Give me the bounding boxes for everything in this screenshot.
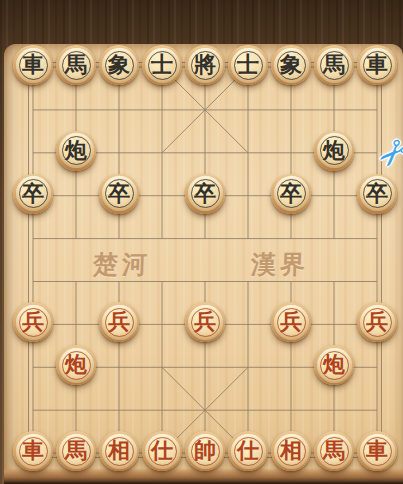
piece-black-馬-r0c7[interactable]: 馬 <box>314 45 354 85</box>
piece-black-將-r0c4[interactable]: 將 <box>185 45 225 85</box>
piece-label: 象 <box>99 45 139 85</box>
game-screen: 楚河 漢界 車馬象士將士象馬車炮炮卒卒卒卒卒兵兵兵兵兵炮炮車馬相仕帥仕相馬車 ✂ <box>0 0 403 484</box>
piece-red-帥-r9c4[interactable]: 帥 <box>185 431 225 471</box>
piece-label: 兵 <box>357 302 397 342</box>
piece-red-兵-r6c0[interactable]: 兵 <box>13 302 53 342</box>
piece-label: 車 <box>357 45 397 85</box>
piece-label: 炮 <box>314 131 354 171</box>
piece-red-仕-r9c5[interactable]: 仕 <box>228 431 268 471</box>
piece-black-士-r0c5[interactable]: 士 <box>228 45 268 85</box>
piece-label: 炮 <box>314 345 354 385</box>
piece-black-車-r0c8[interactable]: 車 <box>357 45 397 85</box>
piece-label: 卒 <box>13 174 53 214</box>
piece-red-兵-r6c2[interactable]: 兵 <box>99 302 139 342</box>
piece-label: 卒 <box>271 174 311 214</box>
piece-red-兵-r6c8[interactable]: 兵 <box>357 302 397 342</box>
piece-label: 相 <box>99 431 139 471</box>
piece-label: 車 <box>357 431 397 471</box>
pieces-layer: 車馬象士將士象馬車炮炮卒卒卒卒卒兵兵兵兵兵炮炮車馬相仕帥仕相馬車 <box>0 0 403 484</box>
piece-red-車-r9c0[interactable]: 車 <box>13 431 53 471</box>
piece-label: 相 <box>271 431 311 471</box>
piece-black-士-r0c3[interactable]: 士 <box>142 45 182 85</box>
scissors-cut-button[interactable]: ✂ <box>370 131 403 175</box>
piece-label: 馬 <box>56 45 96 85</box>
piece-label: 士 <box>142 45 182 85</box>
piece-red-兵-r6c6[interactable]: 兵 <box>271 302 311 342</box>
piece-label: 卒 <box>99 174 139 214</box>
piece-label: 炮 <box>56 131 96 171</box>
piece-label: 帥 <box>185 431 225 471</box>
piece-label: 馬 <box>314 45 354 85</box>
piece-label: 象 <box>271 45 311 85</box>
piece-label: 卒 <box>357 174 397 214</box>
piece-label: 馬 <box>56 431 96 471</box>
piece-red-馬-r9c7[interactable]: 馬 <box>314 431 354 471</box>
piece-label: 兵 <box>185 302 225 342</box>
piece-red-炮-r7c7[interactable]: 炮 <box>314 345 354 385</box>
piece-black-卒-r3c6[interactable]: 卒 <box>271 174 311 214</box>
piece-black-卒-r3c4[interactable]: 卒 <box>185 174 225 214</box>
piece-label: 將 <box>185 45 225 85</box>
piece-label: 炮 <box>56 345 96 385</box>
piece-black-炮-r2c1[interactable]: 炮 <box>56 131 96 171</box>
piece-label: 馬 <box>314 431 354 471</box>
piece-black-馬-r0c1[interactable]: 馬 <box>56 45 96 85</box>
piece-black-卒-r3c0[interactable]: 卒 <box>13 174 53 214</box>
piece-red-仕-r9c3[interactable]: 仕 <box>142 431 182 471</box>
piece-label: 兵 <box>271 302 311 342</box>
scissors-icon: ✂ <box>369 130 403 177</box>
piece-label: 士 <box>228 45 268 85</box>
piece-red-車-r9c8[interactable]: 車 <box>357 431 397 471</box>
piece-label: 兵 <box>99 302 139 342</box>
piece-black-象-r0c6[interactable]: 象 <box>271 45 311 85</box>
piece-red-馬-r9c1[interactable]: 馬 <box>56 431 96 471</box>
piece-label: 仕 <box>228 431 268 471</box>
piece-label: 仕 <box>142 431 182 471</box>
piece-label: 卒 <box>185 174 225 214</box>
piece-red-相-r9c2[interactable]: 相 <box>99 431 139 471</box>
piece-label: 車 <box>13 45 53 85</box>
piece-black-卒-r3c8[interactable]: 卒 <box>357 174 397 214</box>
piece-red-炮-r7c1[interactable]: 炮 <box>56 345 96 385</box>
piece-black-象-r0c2[interactable]: 象 <box>99 45 139 85</box>
piece-red-相-r9c6[interactable]: 相 <box>271 431 311 471</box>
piece-black-卒-r3c2[interactable]: 卒 <box>99 174 139 214</box>
piece-label: 兵 <box>13 302 53 342</box>
piece-black-車-r0c0[interactable]: 車 <box>13 45 53 85</box>
piece-black-炮-r2c7[interactable]: 炮 <box>314 131 354 171</box>
piece-red-兵-r6c4[interactable]: 兵 <box>185 302 225 342</box>
piece-label: 車 <box>13 431 53 471</box>
